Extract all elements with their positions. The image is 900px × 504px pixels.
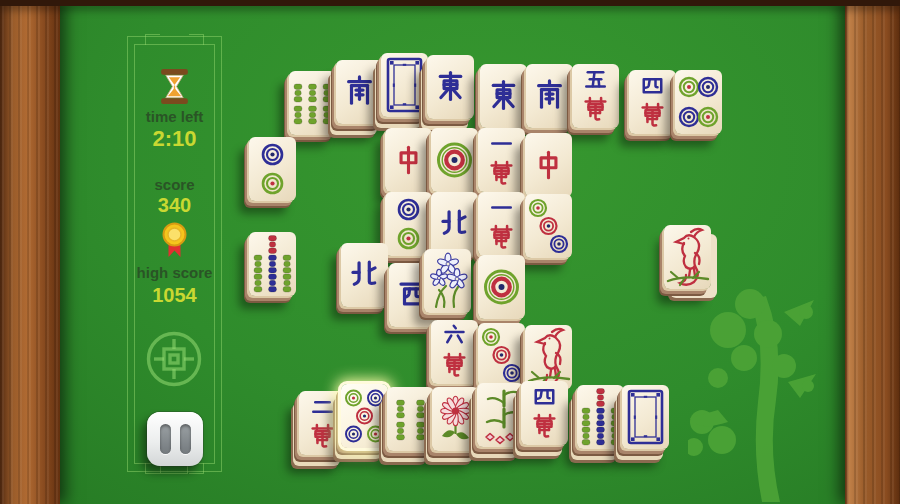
tile-man4[interactable] [521,381,568,445]
tile-east[interactable] [480,64,527,128]
tile-reddragon[interactable] [385,128,432,192]
tile-whitedragon[interactable] [381,53,428,117]
tile-flowerorchid[interactable] [424,249,471,313]
tile-sou7[interactable] [249,232,296,296]
tile-man2[interactable] [299,391,346,455]
board [0,0,900,504]
tile-man4[interactable] [629,70,676,134]
tile-pin2[interactable] [249,137,296,201]
tile-sou6[interactable] [289,71,336,135]
wood-border-right [845,0,900,504]
tile-man1[interactable] [478,128,525,192]
tile-pin1[interactable] [478,255,525,319]
tile-pin5[interactable] [341,384,388,448]
tile-sou1[interactable] [525,325,572,389]
tile-pin2[interactable] [385,192,432,256]
tile-sou1[interactable] [664,225,711,289]
tile-south[interactable] [526,64,573,128]
tile-sou7[interactable] [577,385,624,449]
tile-sou4[interactable] [387,387,434,451]
tile-south[interactable] [336,60,383,124]
tile-pin3[interactable] [478,323,525,387]
tile-pin1[interactable] [431,128,478,192]
tile-man1[interactable] [478,192,525,256]
game-window: time left 2:10 score 340 high score 1054 [0,0,900,504]
wood-border-left [0,0,60,504]
tile-flowerbamboo[interactable] [477,383,524,447]
tile-man6[interactable] [431,320,478,384]
top-border [0,0,900,6]
tile-man5[interactable] [572,64,619,128]
tile-north[interactable] [341,243,388,307]
tile-north[interactable] [431,192,478,256]
tile-east[interactable] [427,55,474,119]
tile-whitedragon[interactable] [622,385,669,449]
tile-flowerchrysanthemum[interactable] [432,387,479,451]
tile-reddragon[interactable] [525,133,572,197]
tile-pin3[interactable] [525,194,572,258]
tile-pin4[interactable] [675,70,722,134]
